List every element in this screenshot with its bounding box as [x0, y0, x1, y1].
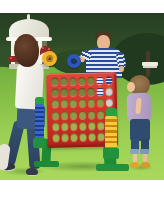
yellow-ring-stack	[105, 116, 117, 149]
empty-hole	[51, 78, 58, 86]
board-cell-r1c3	[68, 76, 76, 86]
empty-hole	[97, 132, 104, 140]
right-post-base	[103, 148, 119, 159]
empty-hole	[96, 77, 103, 85]
board-cell-r5c5	[87, 120, 95, 130]
empty-hole	[70, 111, 77, 119]
empty-hole	[51, 89, 58, 97]
board-cell-r6c6	[96, 131, 104, 141]
board-cell-r6c5	[87, 132, 95, 142]
board-cell-r5c1	[51, 121, 59, 131]
board-cell-r3c3	[69, 98, 77, 108]
board-cell-r3c2	[60, 99, 68, 109]
man-other-hand	[119, 66, 124, 72]
empty-hole	[69, 88, 76, 96]
empty-hole	[87, 88, 94, 96]
child-yellow-shoe	[130, 162, 139, 168]
blue-ring-in-air	[67, 54, 81, 68]
empty-hole	[105, 88, 112, 96]
left-foot	[34, 161, 59, 167]
right-foot	[96, 164, 129, 171]
empty-hole	[97, 110, 104, 118]
board-cell-r4c6	[96, 109, 104, 119]
empty-hole	[79, 122, 86, 130]
board-cell-r2c5	[87, 87, 95, 97]
board-cell-r3c5	[87, 98, 95, 108]
board-cell-r2c6	[96, 87, 104, 97]
woman-back-shoe	[26, 168, 38, 175]
board-cell-r2c4	[78, 87, 86, 97]
park-bench	[142, 62, 158, 66]
empty-hole	[78, 77, 85, 85]
empty-hole	[70, 122, 77, 130]
board-cell-r1c4	[77, 76, 85, 86]
empty-hole	[60, 100, 67, 108]
board-cell-r5c2	[60, 121, 68, 131]
empty-hole	[61, 111, 68, 119]
board-cell-r1c7	[104, 75, 112, 85]
board-cell-r4c3	[69, 110, 77, 120]
child-jeans	[130, 119, 150, 141]
board-cell-r3c7	[105, 98, 113, 108]
board-cell-r2c7	[105, 87, 113, 97]
empty-hole	[52, 111, 59, 119]
board-cell-r1c6	[95, 76, 103, 86]
board-cell-r4c2	[60, 110, 68, 120]
board-cell-r3c6	[96, 98, 104, 108]
board-cell-r4c1	[51, 110, 59, 120]
empty-hole	[87, 99, 94, 107]
board-cell-r2c2	[60, 87, 68, 97]
empty-hole	[88, 110, 95, 118]
empty-hole	[51, 100, 58, 108]
empty-hole	[78, 99, 85, 107]
board-cell-r4c4	[78, 109, 86, 119]
empty-hole	[105, 99, 112, 107]
park-scene	[0, 13, 164, 180]
child-yellow-shoe	[141, 162, 150, 168]
board-cell-r4c5	[87, 109, 95, 119]
gazebo-finial	[27, 14, 30, 21]
board-cell-r3c4	[78, 98, 86, 108]
left-post-base	[33, 138, 46, 148]
board-cell-r2c3	[69, 87, 77, 97]
empty-hole	[52, 122, 59, 130]
child-face	[127, 82, 135, 92]
product-photo	[0, 0, 164, 200]
blue-ring-stack	[35, 104, 44, 139]
board-cell-r5c4	[78, 121, 86, 131]
board-cell-r6c3	[69, 132, 77, 142]
empty-hole	[96, 99, 103, 107]
board-cell-r6c1	[51, 132, 59, 142]
empty-hole	[60, 89, 67, 97]
empty-hole	[96, 88, 103, 96]
board-cell-r5c6	[96, 120, 104, 130]
empty-hole	[79, 111, 86, 119]
empty-hole	[52, 133, 59, 141]
board-cell-r6c4	[78, 132, 86, 142]
empty-hole	[88, 133, 95, 141]
empty-hole	[69, 100, 76, 108]
board-cell-r6c2	[60, 132, 68, 142]
board-cell-r1c1	[50, 76, 58, 86]
board-cell-r1c5	[86, 76, 94, 86]
empty-hole	[79, 133, 86, 141]
board-cell-r2c1	[51, 88, 59, 98]
empty-hole	[105, 76, 112, 84]
empty-hole	[61, 122, 68, 130]
empty-hole	[69, 77, 76, 85]
empty-hole	[70, 133, 77, 141]
empty-hole	[88, 121, 95, 129]
empty-hole	[60, 77, 67, 85]
board-cell-r5c3	[69, 121, 77, 131]
yellow-ring-in-air	[42, 51, 57, 66]
empty-hole	[87, 77, 94, 85]
empty-hole	[97, 121, 104, 129]
board-cell-r1c2	[59, 76, 67, 86]
board-cell-r3c1	[51, 99, 59, 109]
woman-hair	[14, 34, 39, 67]
empty-hole	[61, 133, 68, 141]
empty-hole	[78, 88, 85, 96]
